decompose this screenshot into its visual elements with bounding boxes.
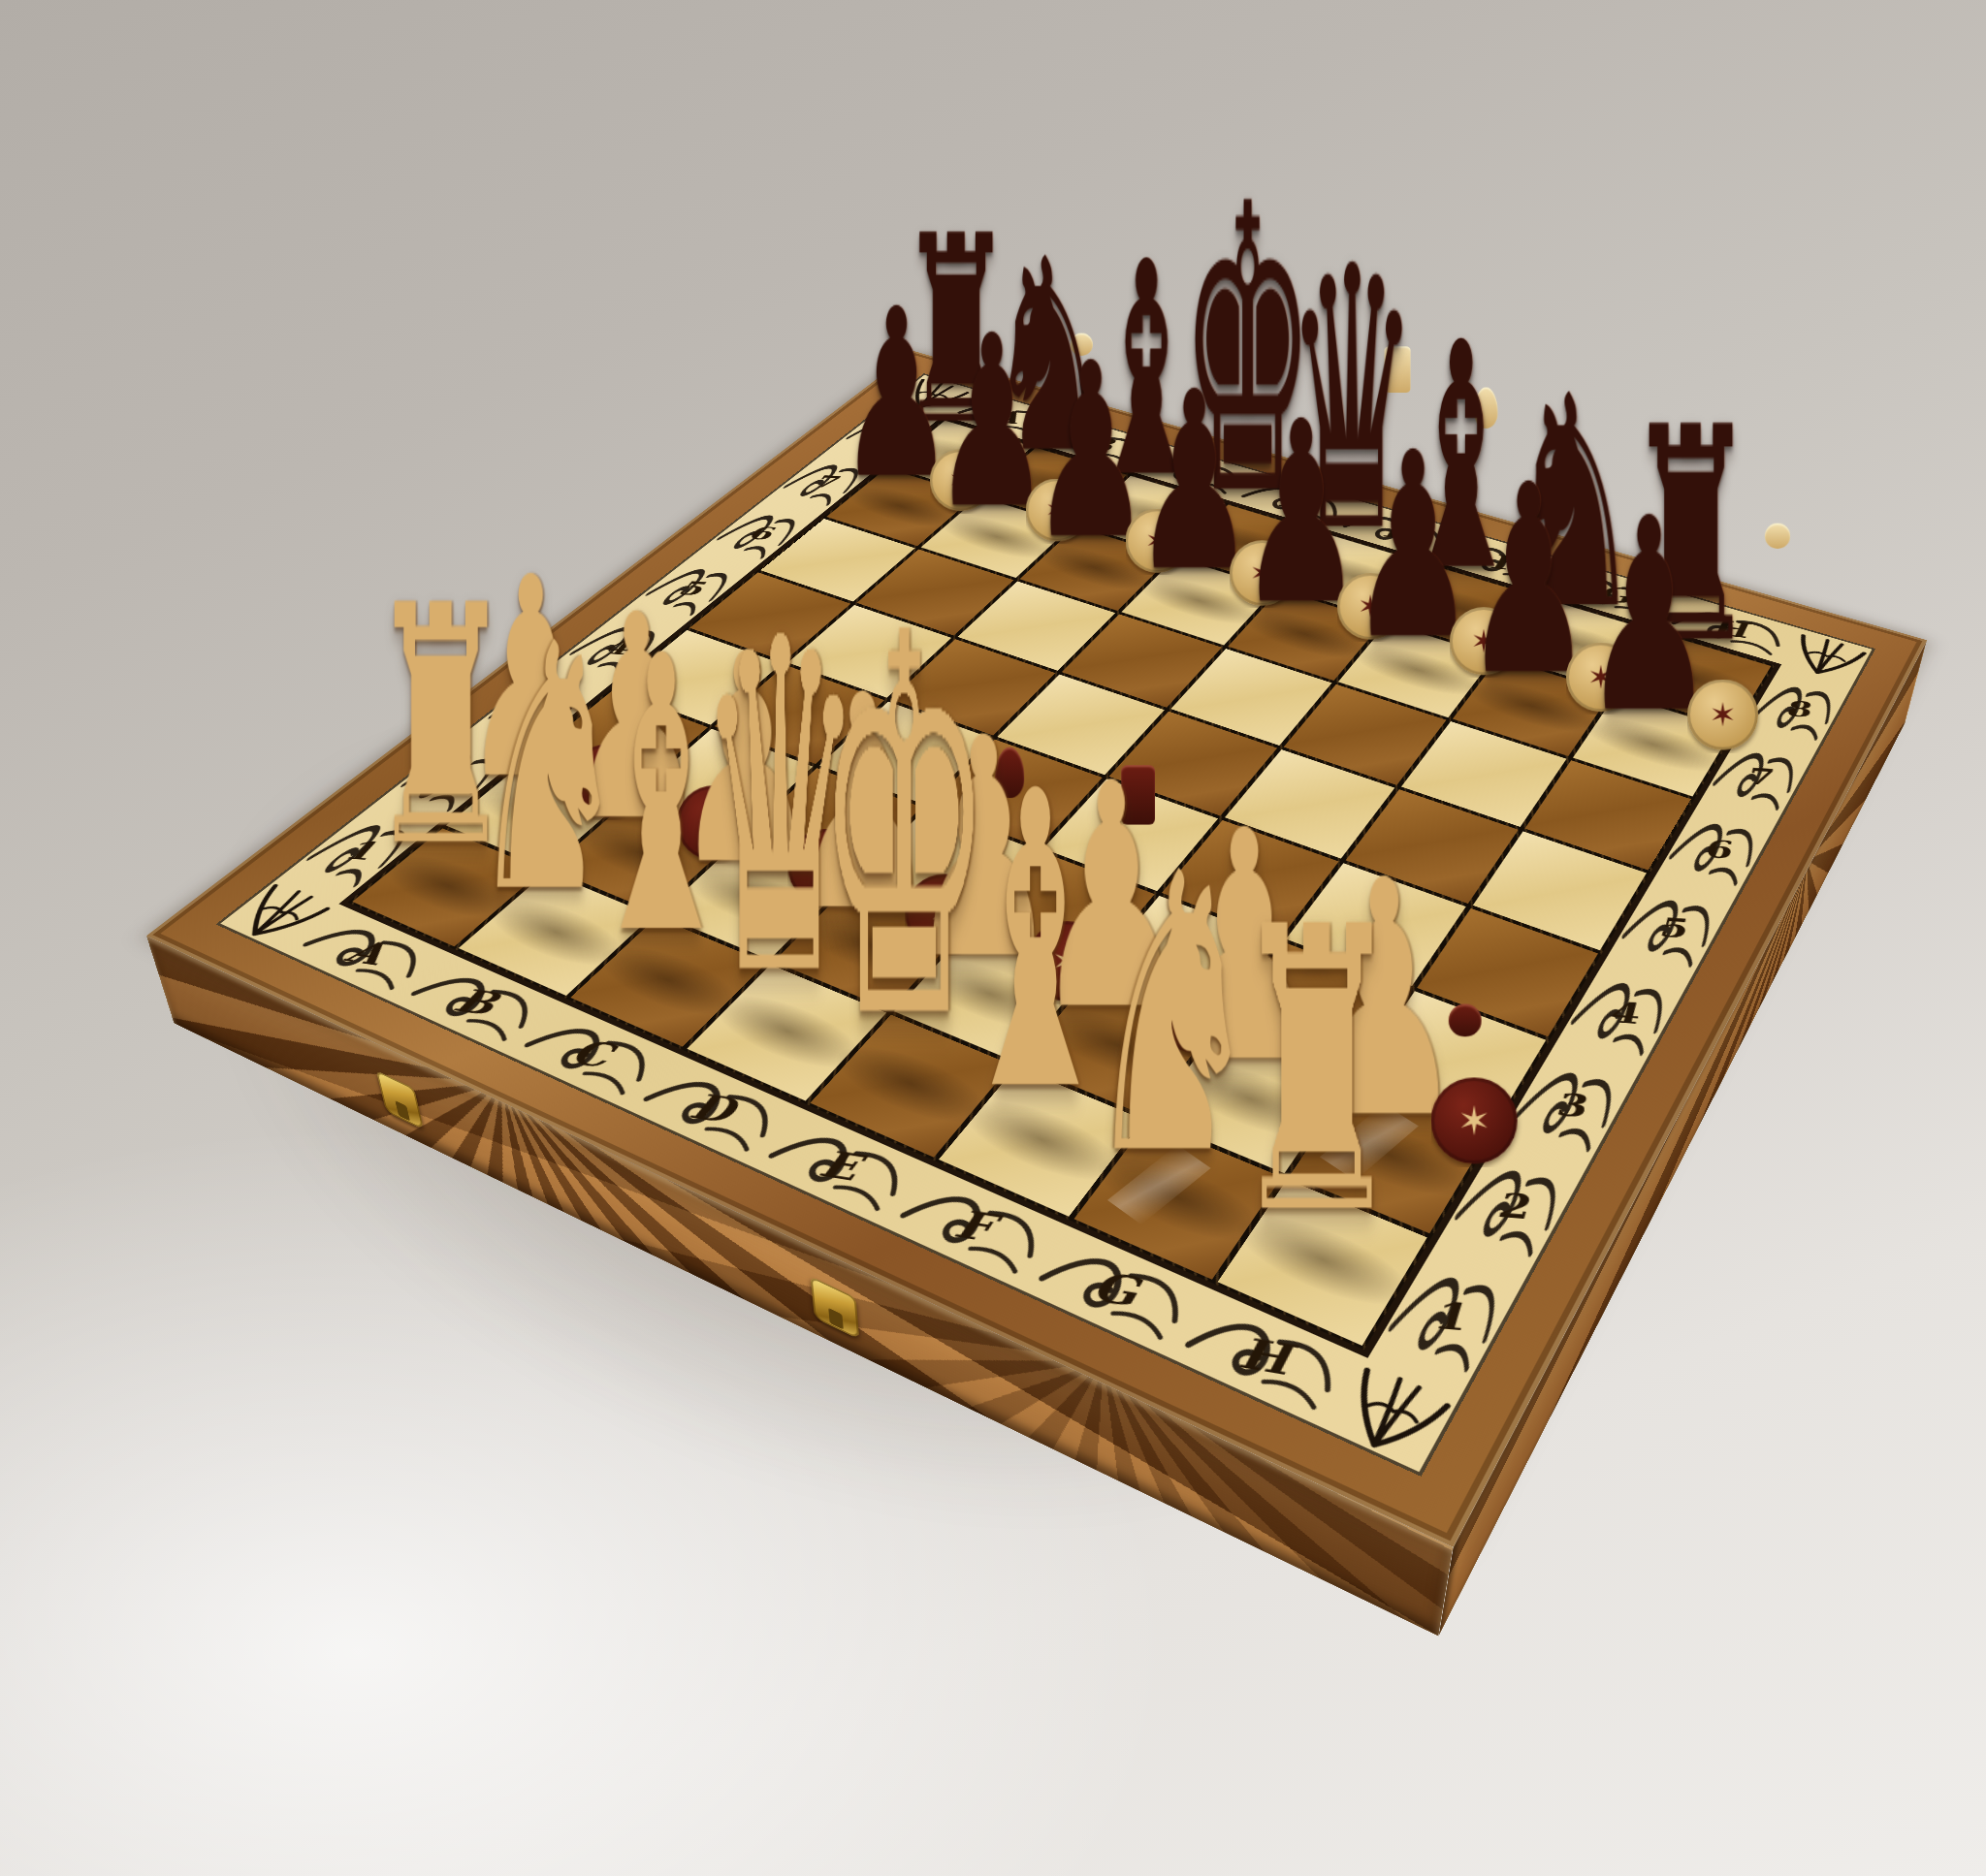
photo-scene: A B C D E F G H A B C D E F G H 8 7 [0,0,1986,1876]
piece-glyph: ♟ [1449,450,1608,711]
square-a8[interactable]: ♜ [888,420,1032,493]
piece-shadow [1024,537,1168,600]
pawn-shield-disc: ✶ [1337,573,1404,640]
pawn-shield-disc: ✶ [1687,679,1758,749]
piece-glyph: ♟ [1225,388,1378,639]
piece-shadow [1081,486,1221,545]
piece-shadow [1283,545,1429,608]
ornament-border-ring: A B C D E F G H A B C D E F G H 8 7 [216,373,1876,1476]
piece-shadow [1572,707,1735,783]
piece-glyph: ♚ [1175,153,1321,549]
square-c7[interactable]: ✶♟ [1019,526,1171,611]
chess-board-box: A B C D E F G H A B C D E F G H 8 7 [146,351,1927,1547]
square-f7[interactable]: ✶♟ [1338,622,1495,716]
coordinate-label: D [1275,489,1312,513]
square-g8[interactable]: ♞ [1501,598,1653,689]
coordinate-label: C [563,1032,620,1075]
piece-glyph: ♛ [1278,218,1426,581]
corner-fan-ornament [888,373,979,418]
piece-shadow [1390,577,1539,643]
coordinate-label: B [1080,432,1117,455]
piece-glyph: ♞ [1497,356,1651,648]
piece-glyph: ♜ [1613,389,1770,684]
pawn-shield-disc: ✶ [1026,478,1089,541]
rank-label-cell-7: 7 [1697,729,1818,825]
carved-finial [1071,333,1093,355]
file-label-cell-D: D [1228,470,1360,532]
coordinate-label: G [1597,581,1631,608]
file-label-cell-G: G [1545,560,1683,629]
piece-shadow [986,457,1123,513]
pawn-shield-disc: ✶ [1431,1077,1518,1163]
piece-shadow [1181,515,1324,576]
brass-latch [376,1070,424,1129]
coordinate-label: H [1234,1326,1295,1383]
brass-latch [810,1276,859,1339]
piece-shadow [1231,601,1381,669]
piece-shadow [1339,635,1493,705]
piece-shadow [1616,644,1773,715]
piece-glyph: ♟ [1568,483,1731,749]
rank-label-cell-8: 8 [828,401,944,465]
coordinate-label: 4 [1606,994,1640,1030]
square-b8[interactable]: ♞ [981,447,1127,523]
file-labels-far: A B C D E F G H [944,389,1800,664]
file-label-cell-F: F [1435,529,1572,596]
piece-glyph: ♝ [1386,302,1536,614]
coordinate-label: 8 [1781,695,1813,721]
square-h8[interactable]: ♜ [1618,632,1772,727]
coordinate-label: 2 [1494,1183,1529,1225]
piece-glyph: ♜ [887,202,1025,461]
piece-glyph: ♝ [1075,223,1218,518]
carved-finial [1385,346,1411,393]
rank-label-cell-7: 7 [764,448,884,516]
square-d8[interactable]: ♚ [1177,504,1326,586]
carved-finial [1765,523,1790,548]
file-label-cell-H: H [1658,592,1800,664]
piece-glyph: ♟ [1119,359,1269,605]
pawn-shield-disc: ✶ [1566,642,1635,711]
coordinate-label: F [1489,549,1519,574]
piece-glyph: ♜ [1213,878,1421,1269]
coordinate-label: 6 [1700,833,1733,864]
coordinate-label: 8 [873,423,900,442]
square-e8[interactable]: ♛ [1281,534,1430,619]
piece-glyph: ♟ [1334,418,1490,674]
coordinate-label: 3 [1553,1085,1587,1124]
square-e7[interactable]: ✶♟ [1228,589,1383,680]
square-c8[interactable]: ♝ [1077,475,1224,554]
corner-fan-ornament [1777,626,1875,687]
piece-glyph: ♟ [825,277,967,510]
piece-glyph: ♟ [919,303,1064,540]
coordinate-label: 5 [1654,910,1687,943]
file-label-cell-B: B [1035,415,1162,472]
file-label-cell-A: A [944,389,1069,444]
coordinate-label: 6 [745,522,776,543]
square-e6[interactable] [1170,648,1332,745]
pawn-shield-disc: ✶ [930,449,992,511]
file-label-cell-E: E [1329,499,1463,563]
coordinate-label: H [1711,614,1748,643]
coordinate-label: E [1380,518,1412,543]
rank-label-cell-8: 8 [1739,665,1854,754]
coordinate-label: 1 [1431,1291,1466,1338]
carved-finial [1474,387,1498,428]
coordinate-label: C [1177,460,1211,483]
pawn-shield-disc: ✶ [1230,540,1295,605]
piece-shadow [1501,610,1654,678]
file-label-cell-C: C [1130,442,1260,502]
piece-glyph: ♞ [979,223,1119,489]
square-f8[interactable]: ♝ [1389,566,1540,654]
piece-shadow [1454,670,1612,743]
pawn-shield-disc: ✶ [1450,607,1518,675]
coordinate-label: A [989,405,1024,427]
coordinate-label: 7 [811,471,840,492]
perspective-wrapper: A B C D E F G H A B C D E F G H 8 7 [0,0,1986,1876]
square-d7[interactable]: ✶♟ [1122,557,1276,645]
square-h6[interactable] [1524,759,1691,870]
square-g7[interactable]: ✶♟ [1453,657,1611,755]
piece-glyph: ♟ [1017,331,1165,572]
pawn-shield-disc: ✶ [1126,508,1190,572]
square-d6[interactable] [1062,614,1222,707]
piece-shadow [894,429,1027,484]
piece-shadow [1125,568,1272,633]
